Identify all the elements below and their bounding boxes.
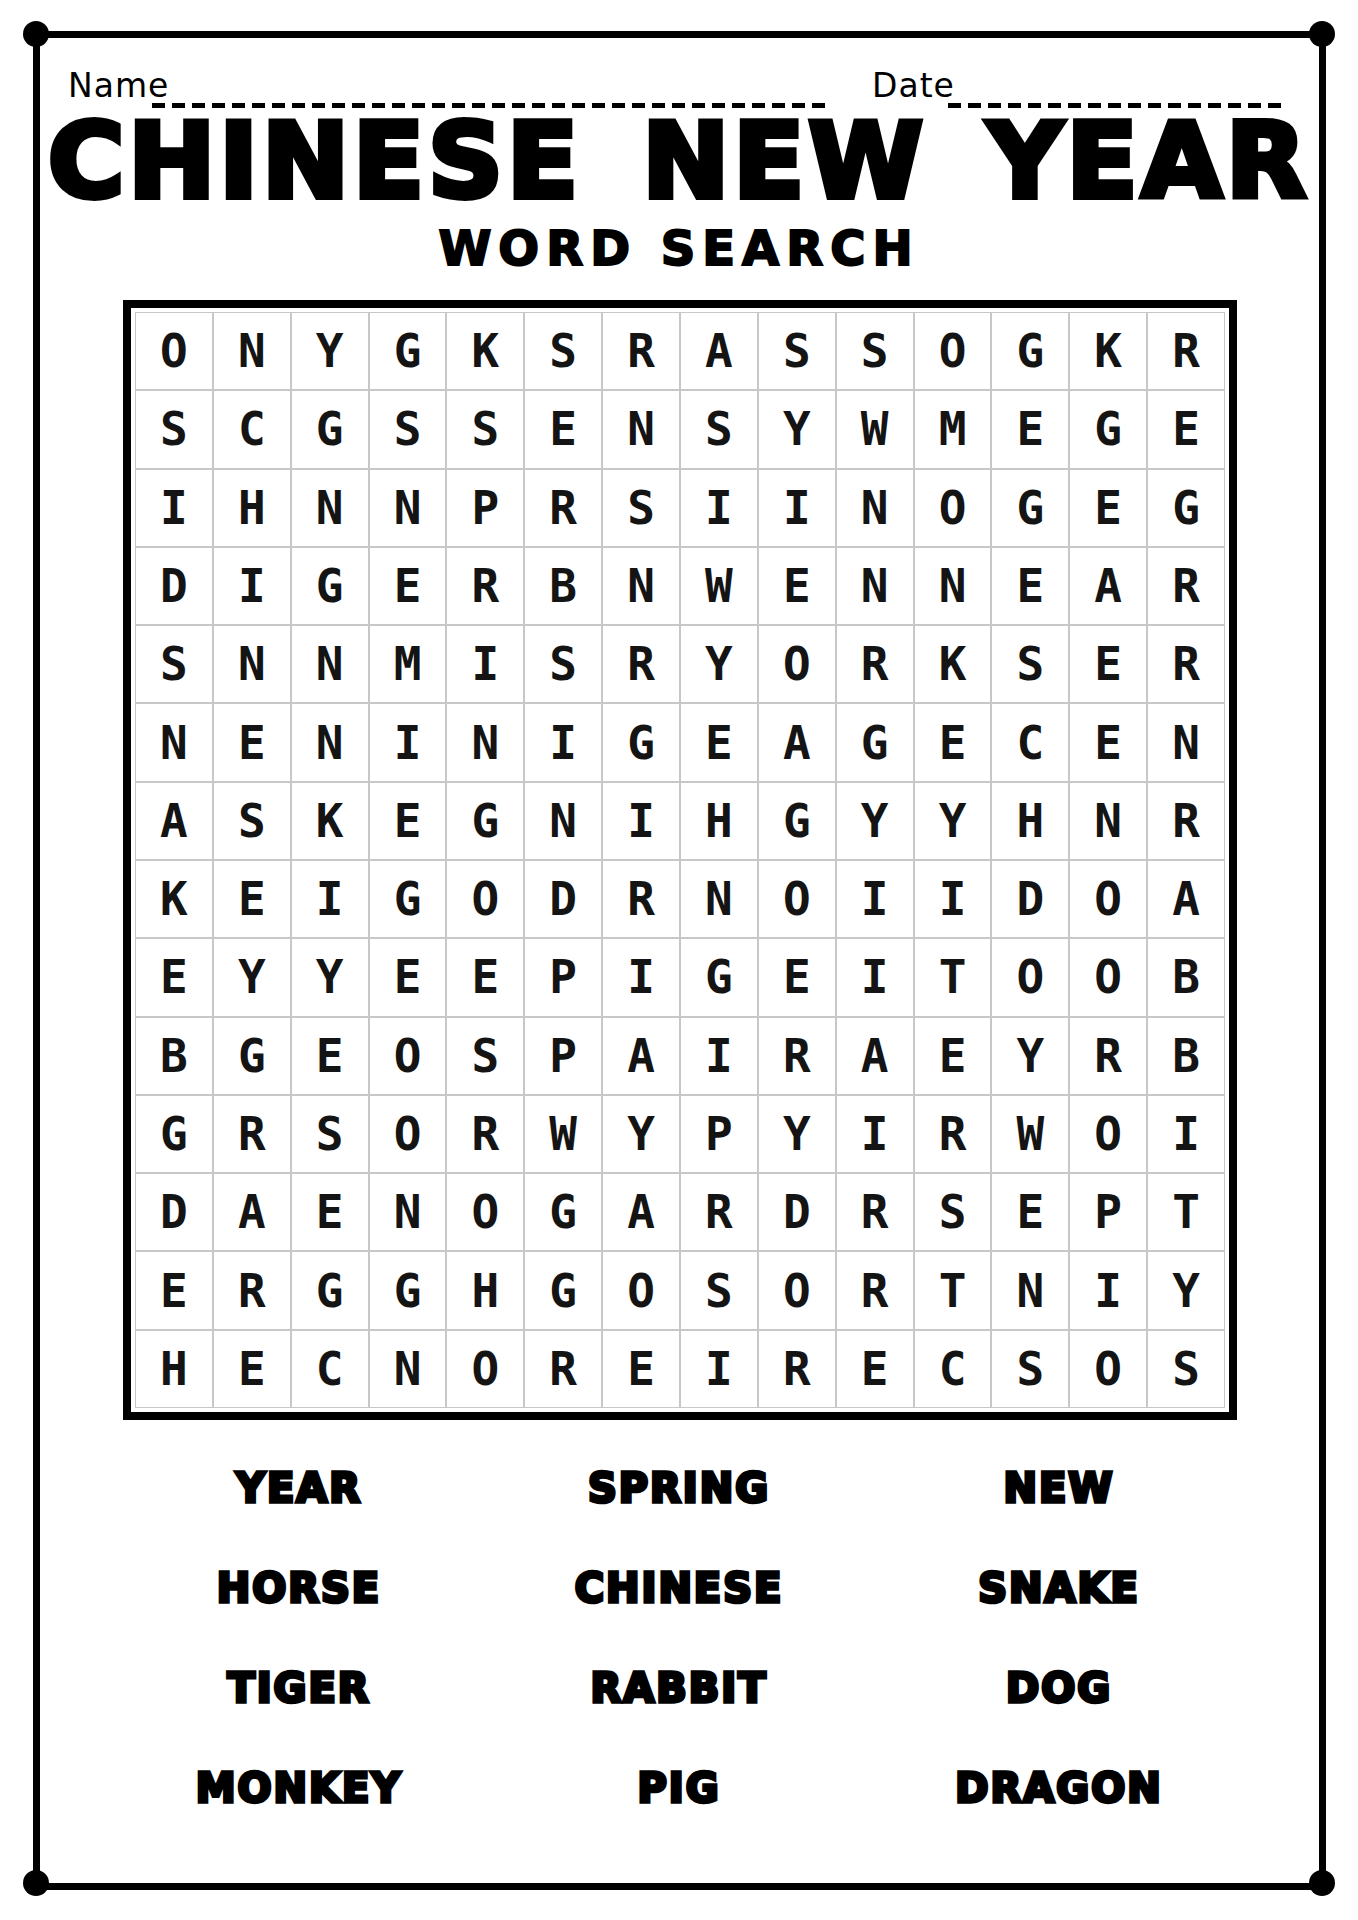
grid-cell-r9c13[interactable]: O — [1069, 938, 1147, 1016]
grid-cell-r10c9[interactable]: R — [758, 1017, 836, 1095]
grid-cell-r4c5[interactable]: R — [446, 547, 524, 625]
grid-cell-r14c6[interactable]: R — [524, 1330, 602, 1408]
grid-cell-r5c4[interactable]: M — [369, 625, 447, 703]
grid-cell-r5c8[interactable]: Y — [680, 625, 758, 703]
grid-cell-r8c4[interactable]: G — [369, 860, 447, 938]
grid-cell-r3c7[interactable]: S — [602, 469, 680, 547]
word-rabbit: RABBIT — [489, 1638, 869, 1738]
grid-cell-r5c7[interactable]: R — [602, 625, 680, 703]
grid-cell-r4c10[interactable]: N — [836, 547, 914, 625]
grid-cell-r1c5[interactable]: K — [446, 312, 524, 390]
grid-cell-r11c13[interactable]: O — [1069, 1095, 1147, 1173]
grid-cell-r13c14[interactable]: Y — [1147, 1251, 1225, 1329]
grid-cell-r14c12[interactable]: S — [991, 1330, 1069, 1408]
grid-cell-r8c13[interactable]: O — [1069, 860, 1147, 938]
word-new: NEW — [869, 1438, 1249, 1538]
grid-cell-r10c4[interactable]: O — [369, 1017, 447, 1095]
grid-cell-r2c7[interactable]: N — [602, 390, 680, 468]
grid-cell-r7c14[interactable]: R — [1147, 782, 1225, 860]
grid-cell-r2c10[interactable]: W — [836, 390, 914, 468]
word-horse: HORSE — [109, 1538, 489, 1638]
grid-cell-r7c12[interactable]: H — [991, 782, 1069, 860]
grid-cell-r14c14[interactable]: S — [1147, 1330, 1225, 1408]
grid-cell-r12c10[interactable]: R — [836, 1173, 914, 1251]
grid-cell-r6c8[interactable]: E — [680, 703, 758, 781]
grid-cell-r4c11[interactable]: N — [914, 547, 992, 625]
grid-cell-r2c4[interactable]: S — [369, 390, 447, 468]
grid-cell-r6c13[interactable]: E — [1069, 703, 1147, 781]
grid-cell-r13c4[interactable]: G — [369, 1251, 447, 1329]
grid-cell-r7c10[interactable]: Y — [836, 782, 914, 860]
grid-cell-r13c12[interactable]: N — [991, 1251, 1069, 1329]
grid-cell-r2c2[interactable]: C — [213, 390, 291, 468]
grid-cell-r7c3[interactable]: K — [291, 782, 369, 860]
grid-cell-r11c3[interactable]: S — [291, 1095, 369, 1173]
grid-cell-r12c5[interactable]: O — [446, 1173, 524, 1251]
grid-cell-r4c2[interactable]: I — [213, 547, 291, 625]
grid-cell-r5c12[interactable]: S — [991, 625, 1069, 703]
grid-cell-r5c11[interactable]: K — [914, 625, 992, 703]
grid-cell-r14c9[interactable]: R — [758, 1330, 836, 1408]
grid-cell-r2c1[interactable]: S — [135, 390, 213, 468]
grid-cell-r3c3[interactable]: N — [291, 469, 369, 547]
grid-cell-r2c3[interactable]: G — [291, 390, 369, 468]
grid-cell-r13c13[interactable]: I — [1069, 1251, 1147, 1329]
grid-cell-r12c11[interactable]: S — [914, 1173, 992, 1251]
grid-cell-r6c7[interactable]: G — [602, 703, 680, 781]
grid-cell-r9c3[interactable]: Y — [291, 938, 369, 1016]
grid-cell-r10c10[interactable]: A — [836, 1017, 914, 1095]
grid-cell-r6c4[interactable]: I — [369, 703, 447, 781]
page-subtitle: WORD SEARCH — [0, 222, 1358, 275]
grid-cell-r6c2[interactable]: E — [213, 703, 291, 781]
grid-cell-r14c4[interactable]: N — [369, 1330, 447, 1408]
grid-cell-r6c1[interactable]: N — [135, 703, 213, 781]
grid-cell-r8c9[interactable]: O — [758, 860, 836, 938]
word-chinese: CHINESE — [489, 1538, 869, 1638]
grid-cell-r11c12[interactable]: W — [991, 1095, 1069, 1173]
grid-cell-r11c14[interactable]: I — [1147, 1095, 1225, 1173]
grid-cell-r1c6[interactable]: S — [524, 312, 602, 390]
grid-cell-r14c7[interactable]: E — [602, 1330, 680, 1408]
grid-cell-r2c5[interactable]: S — [446, 390, 524, 468]
word-dragon: DRAGON — [869, 1738, 1249, 1838]
grid-cell-r10c2[interactable]: G — [213, 1017, 291, 1095]
grid-cell-r1c14[interactable]: R — [1147, 312, 1225, 390]
grid-cell-r3c11[interactable]: O — [914, 469, 992, 547]
grid-cell-r11c11[interactable]: R — [914, 1095, 992, 1173]
grid-cell-r4c7[interactable]: N — [602, 547, 680, 625]
grid-cell-r1c12[interactable]: G — [991, 312, 1069, 390]
grid-cell-r8c10[interactable]: I — [836, 860, 914, 938]
grid-cell-r12c8[interactable]: R — [680, 1173, 758, 1251]
grid-cell-r9c11[interactable]: T — [914, 938, 992, 1016]
grid-cell-r7c7[interactable]: I — [602, 782, 680, 860]
grid-cell-r13c1[interactable]: E — [135, 1251, 213, 1329]
grid-cell-r3c2[interactable]: H — [213, 469, 291, 547]
grid-cell-r2c13[interactable]: G — [1069, 390, 1147, 468]
grid-cell-r5c3[interactable]: N — [291, 625, 369, 703]
grid-cell-r3c13[interactable]: E — [1069, 469, 1147, 547]
grid-cell-r3c8[interactable]: I — [680, 469, 758, 547]
grid-cell-r6c9[interactable]: A — [758, 703, 836, 781]
grid-cell-r4c13[interactable]: A — [1069, 547, 1147, 625]
grid-cell-r1c8[interactable]: A — [680, 312, 758, 390]
grid-cell-r8c2[interactable]: E — [213, 860, 291, 938]
grid-cell-r5c9[interactable]: O — [758, 625, 836, 703]
grid-cell-r9c9[interactable]: E — [758, 938, 836, 1016]
word-list-row: YEARSPRINGNEW — [109, 1438, 1249, 1538]
grid-cell-r14c2[interactable]: E — [213, 1330, 291, 1408]
grid-cell-r8c7[interactable]: R — [602, 860, 680, 938]
grid-cell-r1c9[interactable]: S — [758, 312, 836, 390]
grid-cell-r9c8[interactable]: G — [680, 938, 758, 1016]
grid-cell-r14c3[interactable]: C — [291, 1330, 369, 1408]
grid-cell-r4c4[interactable]: E — [369, 547, 447, 625]
grid-cell-r6c12[interactable]: C — [991, 703, 1069, 781]
word-list: YEARSPRINGNEWHORSECHINESESNAKETIGERRABBI… — [109, 1438, 1249, 1838]
grid-cell-r1c2[interactable]: N — [213, 312, 291, 390]
grid-cell-r12c3[interactable]: E — [291, 1173, 369, 1251]
grid-cell-r9c4[interactable]: E — [369, 938, 447, 1016]
grid-cell-r4c6[interactable]: B — [524, 547, 602, 625]
grid-cell-r13c2[interactable]: R — [213, 1251, 291, 1329]
grid-cell-r9c14[interactable]: B — [1147, 938, 1225, 1016]
word-list-row: MONKEYPIGDRAGON — [109, 1738, 1249, 1838]
grid-cell-r12c14[interactable]: T — [1147, 1173, 1225, 1251]
grid-cell-r2c12[interactable]: E — [991, 390, 1069, 468]
grid-cell-r14c5[interactable]: O — [446, 1330, 524, 1408]
grid-cell-r6c6[interactable]: I — [524, 703, 602, 781]
grid-cell-r8c5[interactable]: O — [446, 860, 524, 938]
grid-cell-r1c13[interactable]: K — [1069, 312, 1147, 390]
grid-cell-r1c7[interactable]: R — [602, 312, 680, 390]
grid-cell-r2c14[interactable]: E — [1147, 390, 1225, 468]
grid-cell-r4c3[interactable]: G — [291, 547, 369, 625]
grid-cell-r3c12[interactable]: G — [991, 469, 1069, 547]
grid-cell-r10c6[interactable]: P — [524, 1017, 602, 1095]
grid-cell-r14c13[interactable]: O — [1069, 1330, 1147, 1408]
grid-cell-r10c7[interactable]: A — [602, 1017, 680, 1095]
grid-cell-r7c6[interactable]: N — [524, 782, 602, 860]
grid-cell-r3c9[interactable]: I — [758, 469, 836, 547]
grid-cell-r10c5[interactable]: S — [446, 1017, 524, 1095]
grid-cell-r9c7[interactable]: I — [602, 938, 680, 1016]
grid-cell-r10c1[interactable]: B — [135, 1017, 213, 1095]
grid-cell-r13c10[interactable]: R — [836, 1251, 914, 1329]
word-year: YEAR — [109, 1438, 489, 1538]
grid-cell-r13c6[interactable]: G — [524, 1251, 602, 1329]
grid-cell-r2c6[interactable]: E — [524, 390, 602, 468]
grid-cell-r10c14[interactable]: B — [1147, 1017, 1225, 1095]
corner-dot-top-left — [23, 21, 49, 47]
grid-cell-r6c10[interactable]: G — [836, 703, 914, 781]
corner-dot-bottom-right — [1309, 1870, 1335, 1896]
grid-cell-r12c13[interactable]: P — [1069, 1173, 1147, 1251]
grid-cell-r8c14[interactable]: A — [1147, 860, 1225, 938]
grid-cell-r14c8[interactable]: I — [680, 1330, 758, 1408]
grid-cell-r8c8[interactable]: N — [680, 860, 758, 938]
corner-dot-bottom-left — [23, 1870, 49, 1896]
grid-cell-r10c3[interactable]: E — [291, 1017, 369, 1095]
grid-cell-r11c5[interactable]: R — [446, 1095, 524, 1173]
grid-cell-r5c2[interactable]: N — [213, 625, 291, 703]
grid-cell-r4c9[interactable]: E — [758, 547, 836, 625]
grid-cell-r11c7[interactable]: Y — [602, 1095, 680, 1173]
grid-cell-r6c14[interactable]: N — [1147, 703, 1225, 781]
grid-cell-r7c8[interactable]: H — [680, 782, 758, 860]
grid-cell-r12c9[interactable]: D — [758, 1173, 836, 1251]
grid-cell-r10c13[interactable]: R — [1069, 1017, 1147, 1095]
grid-cell-r2c11[interactable]: M — [914, 390, 992, 468]
grid-cell-r4c8[interactable]: W — [680, 547, 758, 625]
word-monkey: MONKEY — [109, 1738, 489, 1838]
grid-cell-r1c3[interactable]: Y — [291, 312, 369, 390]
word-snake: SNAKE — [869, 1538, 1249, 1638]
grid-cell-r3c6[interactable]: R — [524, 469, 602, 547]
grid-cell-r12c12[interactable]: E — [991, 1173, 1069, 1251]
grid-cell-r5c14[interactable]: R — [1147, 625, 1225, 703]
grid-cell-r3c1[interactable]: I — [135, 469, 213, 547]
grid-cell-r8c3[interactable]: I — [291, 860, 369, 938]
grid-cell-r8c1[interactable]: K — [135, 860, 213, 938]
grid-cell-r2c9[interactable]: Y — [758, 390, 836, 468]
grid-cell-r5c13[interactable]: E — [1069, 625, 1147, 703]
grid-cell-r4c12[interactable]: E — [991, 547, 1069, 625]
grid-cell-r9c5[interactable]: E — [446, 938, 524, 1016]
word-search-grid: ONYGKSRASSOGKRSCGSSENSYWMEGEIHNNPRSIINOG… — [135, 312, 1225, 1408]
grid-cell-r6c11[interactable]: E — [914, 703, 992, 781]
grid-cell-r13c11[interactable]: T — [914, 1251, 992, 1329]
grid-cell-r5c1[interactable]: S — [135, 625, 213, 703]
grid-cell-r13c5[interactable]: H — [446, 1251, 524, 1329]
grid-cell-r11c4[interactable]: O — [369, 1095, 447, 1173]
grid-cell-r5c10[interactable]: R — [836, 625, 914, 703]
grid-cell-r11c8[interactable]: P — [680, 1095, 758, 1173]
grid-cell-r11c6[interactable]: W — [524, 1095, 602, 1173]
grid-cell-r13c3[interactable]: G — [291, 1251, 369, 1329]
grid-cell-r7c2[interactable]: S — [213, 782, 291, 860]
grid-cell-r9c6[interactable]: P — [524, 938, 602, 1016]
grid-cell-r11c9[interactable]: Y — [758, 1095, 836, 1173]
grid-cell-r1c1[interactable]: O — [135, 312, 213, 390]
grid-cell-r12c4[interactable]: N — [369, 1173, 447, 1251]
grid-cell-r10c8[interactable]: I — [680, 1017, 758, 1095]
word-list-row: HORSECHINESESNAKE — [109, 1538, 1249, 1638]
grid-cell-r6c5[interactable]: N — [446, 703, 524, 781]
grid-cell-r3c10[interactable]: N — [836, 469, 914, 547]
grid-cell-r3c4[interactable]: N — [369, 469, 447, 547]
grid-cell-r10c11[interactable]: E — [914, 1017, 992, 1095]
grid-cell-r5c6[interactable]: S — [524, 625, 602, 703]
grid-cell-r7c11[interactable]: Y — [914, 782, 992, 860]
word-spring: SPRING — [489, 1438, 869, 1538]
grid-cell-r14c10[interactable]: E — [836, 1330, 914, 1408]
grid-cell-r8c6[interactable]: D — [524, 860, 602, 938]
word-tiger: TIGER — [109, 1638, 489, 1738]
grid-cell-r9c2[interactable]: Y — [213, 938, 291, 1016]
page-title: CHINESE NEW YEAR — [0, 104, 1358, 218]
grid-cell-r7c9[interactable]: G — [758, 782, 836, 860]
grid-cell-r5c5[interactable]: I — [446, 625, 524, 703]
grid-cell-r12c6[interactable]: G — [524, 1173, 602, 1251]
grid-cell-r1c4[interactable]: G — [369, 312, 447, 390]
grid-cell-r7c13[interactable]: N — [1069, 782, 1147, 860]
grid-cell-r12c7[interactable]: A — [602, 1173, 680, 1251]
grid-cell-r13c7[interactable]: O — [602, 1251, 680, 1329]
word-list-row: TIGERRABBITDOG — [109, 1638, 1249, 1738]
grid-cell-r3c14[interactable]: G — [1147, 469, 1225, 547]
grid-cell-r14c11[interactable]: C — [914, 1330, 992, 1408]
grid-cell-r9c10[interactable]: I — [836, 938, 914, 1016]
grid-cell-r13c8[interactable]: S — [680, 1251, 758, 1329]
grid-cell-r4c14[interactable]: R — [1147, 547, 1225, 625]
grid-cell-r6c3[interactable]: N — [291, 703, 369, 781]
grid-cell-r13c9[interactable]: O — [758, 1251, 836, 1329]
grid-cell-r14c1[interactable]: H — [135, 1330, 213, 1408]
grid-cell-r4c1[interactable]: D — [135, 547, 213, 625]
grid-cell-r11c2[interactable]: R — [213, 1095, 291, 1173]
grid-cell-r7c4[interactable]: E — [369, 782, 447, 860]
grid-cell-r2c8[interactable]: S — [680, 390, 758, 468]
grid-cell-r7c5[interactable]: G — [446, 782, 524, 860]
grid-cell-r12c1[interactable]: D — [135, 1173, 213, 1251]
grid-cell-r9c12[interactable]: O — [991, 938, 1069, 1016]
grid-cell-r9c1[interactable]: E — [135, 938, 213, 1016]
grid-cell-r12c2[interactable]: A — [213, 1173, 291, 1251]
grid-cell-r11c1[interactable]: G — [135, 1095, 213, 1173]
grid-cell-r8c11[interactable]: I — [914, 860, 992, 938]
worksheet-page: Name Date CHINESE NEW YEAR WORD SEARCH O… — [0, 0, 1358, 1920]
corner-dot-top-right — [1309, 21, 1335, 47]
grid-cell-r11c10[interactable]: I — [836, 1095, 914, 1173]
grid-cell-r1c11[interactable]: O — [914, 312, 992, 390]
grid-cell-r10c12[interactable]: Y — [991, 1017, 1069, 1095]
grid-cell-r1c10[interactable]: S — [836, 312, 914, 390]
grid-cell-r3c5[interactable]: P — [446, 469, 524, 547]
grid-cell-r7c1[interactable]: A — [135, 782, 213, 860]
word-search-grid-frame: ONYGKSRASSOGKRSCGSSENSYWMEGEIHNNPRSIINOG… — [123, 300, 1237, 1420]
word-pig: PIG — [489, 1738, 869, 1838]
grid-cell-r8c12[interactable]: D — [991, 860, 1069, 938]
word-dog: DOG — [869, 1638, 1249, 1738]
